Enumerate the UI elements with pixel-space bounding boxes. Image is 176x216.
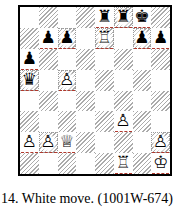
square-g2[interactable]: [133, 132, 152, 153]
square-h3[interactable]: [151, 111, 170, 132]
square-c7[interactable]: ♟: [58, 28, 77, 49]
white-pawn[interactable]: ♙: [59, 71, 74, 88]
square-c3[interactable]: [58, 111, 77, 132]
square-a7[interactable]: [20, 28, 39, 49]
black-pawn[interactable]: ♟: [41, 29, 56, 46]
square-d7[interactable]: [76, 28, 95, 49]
square-f7[interactable]: [114, 28, 133, 49]
square-a5[interactable]: ♛: [20, 70, 39, 91]
square-h7[interactable]: ♟: [151, 28, 170, 49]
square-f6[interactable]: [114, 49, 133, 70]
white-pawn[interactable]: ♙: [153, 133, 168, 150]
diagram-caption: 14. White move. (1001W-674): [1, 191, 175, 207]
square-e6[interactable]: [95, 49, 114, 70]
square-e1[interactable]: [95, 153, 114, 174]
square-f8[interactable]: ♜: [114, 7, 133, 28]
black-pawn[interactable]: ♟: [22, 50, 37, 67]
square-a4[interactable]: [20, 91, 39, 112]
square-d3[interactable]: [76, 111, 95, 132]
square-g8[interactable]: ♚: [133, 7, 152, 28]
square-h4[interactable]: [151, 91, 170, 112]
square-f5[interactable]: [114, 70, 133, 91]
square-a8[interactable]: [20, 7, 39, 28]
square-g5[interactable]: [133, 70, 152, 91]
square-h2[interactable]: ♙: [151, 132, 170, 153]
square-e3[interactable]: [95, 111, 114, 132]
black-rook[interactable]: ♜: [97, 8, 112, 25]
square-c5[interactable]: ♙: [58, 70, 77, 91]
square-d6[interactable]: [76, 49, 95, 70]
white-pawn[interactable]: ♙: [22, 133, 37, 150]
white-queen[interactable]: ♕: [59, 133, 74, 150]
square-a6[interactable]: ♟: [20, 49, 39, 70]
square-b1[interactable]: [39, 153, 58, 174]
white-rook[interactable]: ♖: [116, 154, 131, 171]
square-c1[interactable]: [58, 153, 77, 174]
square-e5[interactable]: [95, 70, 114, 91]
white-pawn[interactable]: ♙: [41, 133, 56, 150]
square-f4[interactable]: [114, 91, 133, 112]
square-f2[interactable]: [114, 132, 133, 153]
chess-board: ♜♜♚♟♟♖♟♟♟♛♙♙♙♙♕♙♖♔: [18, 5, 172, 176]
square-h6[interactable]: [151, 49, 170, 70]
square-a1[interactable]: [20, 153, 39, 174]
black-pawn[interactable]: ♟: [134, 29, 149, 46]
square-d2[interactable]: [76, 132, 95, 153]
square-f1[interactable]: ♖: [114, 153, 133, 174]
black-king[interactable]: ♚: [134, 8, 149, 25]
white-pawn[interactable]: ♙: [116, 112, 131, 129]
square-b8[interactable]: [39, 7, 58, 28]
square-d5[interactable]: [76, 70, 95, 91]
square-e4[interactable]: [95, 91, 114, 112]
square-e7[interactable]: ♖: [95, 28, 114, 49]
white-king[interactable]: ♔: [153, 154, 168, 171]
square-a3[interactable]: [20, 111, 39, 132]
black-pawn[interactable]: ♟: [153, 29, 168, 46]
square-f3[interactable]: ♙: [114, 111, 133, 132]
black-pawn[interactable]: ♟: [59, 29, 74, 46]
square-h8[interactable]: [151, 7, 170, 28]
square-e2[interactable]: [95, 132, 114, 153]
square-g3[interactable]: [133, 111, 152, 132]
square-g4[interactable]: [133, 91, 152, 112]
chess-diagram: ♜♜♚♟♟♖♟♟♟♛♙♙♙♙♕♙♖♔ 14. White move. (1001…: [0, 0, 176, 216]
square-c6[interactable]: [58, 49, 77, 70]
square-h1[interactable]: ♔: [151, 153, 170, 174]
square-a2[interactable]: ♙: [20, 132, 39, 153]
square-d1[interactable]: [76, 153, 95, 174]
square-g1[interactable]: [133, 153, 152, 174]
square-b4[interactable]: [39, 91, 58, 112]
square-b5[interactable]: [39, 70, 58, 91]
white-rook[interactable]: ♖: [97, 29, 112, 46]
square-b7[interactable]: ♟: [39, 28, 58, 49]
square-b2[interactable]: ♙: [39, 132, 58, 153]
square-c2[interactable]: ♕: [58, 132, 77, 153]
black-rook[interactable]: ♜: [116, 8, 131, 25]
square-c4[interactable]: [58, 91, 77, 112]
square-g7[interactable]: ♟: [133, 28, 152, 49]
square-d8[interactable]: [76, 7, 95, 28]
square-b6[interactable]: [39, 49, 58, 70]
black-queen[interactable]: ♛: [22, 71, 37, 88]
square-g6[interactable]: [133, 49, 152, 70]
square-c8[interactable]: [58, 7, 77, 28]
square-d4[interactable]: [76, 91, 95, 112]
square-b3[interactable]: [39, 111, 58, 132]
square-e8[interactable]: ♜: [95, 7, 114, 28]
square-h5[interactable]: [151, 70, 170, 91]
